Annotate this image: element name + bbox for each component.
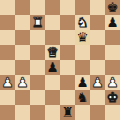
piece-white-pawn: ♟: [16, 75, 28, 90]
piece-white-rook: ♜: [31, 15, 43, 30]
square-e8[interactable]: [60, 0, 75, 15]
square-h4[interactable]: [105, 60, 120, 75]
square-c5[interactable]: [30, 45, 45, 60]
square-f4[interactable]: [75, 60, 90, 75]
square-c3[interactable]: [30, 75, 45, 90]
square-d3[interactable]: [45, 75, 60, 90]
piece-black-pawn: ♟: [106, 15, 118, 30]
square-c8[interactable]: [30, 0, 45, 15]
square-c6[interactable]: [30, 30, 45, 45]
square-g6[interactable]: [90, 30, 105, 45]
piece-white-pawn: ♟: [106, 75, 118, 90]
square-f2[interactable]: ♞: [75, 90, 90, 105]
square-e2[interactable]: [60, 90, 75, 105]
piece-white-knight: ♞: [76, 15, 88, 30]
piece-white-pawn: ♟: [91, 75, 103, 90]
square-g7[interactable]: [90, 15, 105, 30]
square-h8[interactable]: ♚: [105, 0, 120, 15]
square-b2[interactable]: [15, 90, 30, 105]
square-f1[interactable]: [75, 105, 90, 120]
square-c7[interactable]: ♜: [30, 15, 45, 30]
piece-white-king: ♚: [106, 90, 118, 105]
square-f7[interactable]: ♞: [75, 15, 90, 30]
square-g5[interactable]: [90, 45, 105, 60]
square-h6[interactable]: [105, 30, 120, 45]
square-b1[interactable]: [15, 105, 30, 120]
square-a6[interactable]: [0, 30, 15, 45]
piece-white-pawn: ♟: [1, 75, 13, 90]
square-a2[interactable]: [0, 90, 15, 105]
square-h3[interactable]: ♟: [105, 75, 120, 90]
square-e3[interactable]: [60, 75, 75, 90]
square-b5[interactable]: [15, 45, 30, 60]
square-b8[interactable]: [15, 0, 30, 15]
square-d4[interactable]: ♟: [45, 60, 60, 75]
square-a3[interactable]: ♟: [0, 75, 15, 90]
square-e7[interactable]: [60, 15, 75, 30]
square-a5[interactable]: [0, 45, 15, 60]
square-d8[interactable]: [45, 0, 60, 15]
square-d7[interactable]: [45, 15, 60, 30]
square-e5[interactable]: [60, 45, 75, 60]
square-d6[interactable]: [45, 30, 60, 45]
square-g3[interactable]: ♟: [90, 75, 105, 90]
square-b6[interactable]: [15, 30, 30, 45]
square-b7[interactable]: [15, 15, 30, 30]
square-c1[interactable]: [30, 105, 45, 120]
square-h1[interactable]: [105, 105, 120, 120]
piece-black-knight: ♞: [76, 90, 88, 105]
square-d5[interactable]: ♛: [45, 45, 60, 60]
square-g1[interactable]: [90, 105, 105, 120]
square-f8[interactable]: [75, 0, 90, 15]
square-f6[interactable]: ♛: [75, 30, 90, 45]
square-h7[interactable]: ♟: [105, 15, 120, 30]
square-c2[interactable]: [30, 90, 45, 105]
chess-board: ♚♜♞♟♛♛♟♟♟♟♟♟♞♚♜: [0, 0, 120, 120]
square-h2[interactable]: ♚: [105, 90, 120, 105]
square-f5[interactable]: [75, 45, 90, 60]
square-g4[interactable]: [90, 60, 105, 75]
square-b4[interactable]: [15, 60, 30, 75]
square-f3[interactable]: ♟: [75, 75, 90, 90]
piece-black-pawn: ♟: [46, 60, 58, 75]
square-b3[interactable]: ♟: [15, 75, 30, 90]
square-c4[interactable]: [30, 60, 45, 75]
square-g8[interactable]: [90, 0, 105, 15]
square-e4[interactable]: [60, 60, 75, 75]
square-e1[interactable]: ♜: [60, 105, 75, 120]
square-e6[interactable]: [60, 30, 75, 45]
square-a1[interactable]: [0, 105, 15, 120]
square-h5[interactable]: [105, 45, 120, 60]
square-g2[interactable]: [90, 90, 105, 105]
piece-black-rook: ♜: [61, 105, 73, 120]
square-d2[interactable]: [45, 90, 60, 105]
piece-white-queen: ♛: [46, 45, 58, 60]
square-a8[interactable]: [0, 0, 15, 15]
piece-black-king: ♚: [106, 0, 118, 15]
square-d1[interactable]: [45, 105, 60, 120]
square-a4[interactable]: [0, 60, 15, 75]
piece-black-pawn: ♟: [76, 75, 88, 90]
square-a7[interactable]: [0, 15, 15, 30]
piece-black-queen: ♛: [76, 30, 88, 45]
